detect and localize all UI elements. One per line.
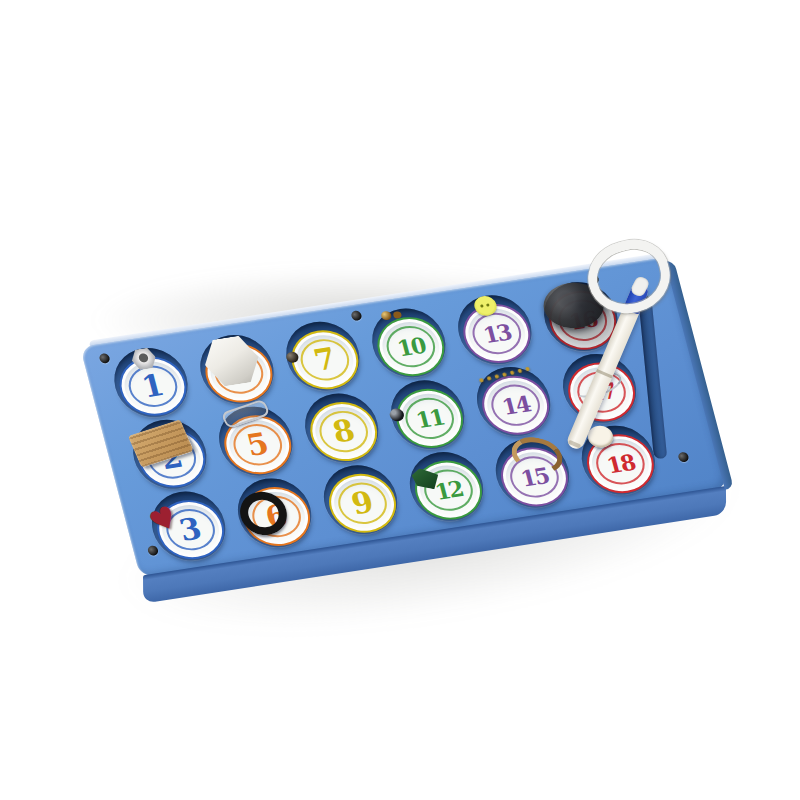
well-number: 9	[348, 487, 376, 519]
well-number: 12	[433, 477, 465, 502]
product-photo: 1471013162581114173♥69121518	[0, 0, 800, 800]
well-13[interactable]: 13	[450, 290, 539, 369]
well-number: 1	[139, 370, 167, 402]
well-5[interactable]: 5	[211, 402, 300, 481]
well-1[interactable]: 1	[107, 343, 196, 422]
well-12[interactable]: 12	[402, 447, 491, 526]
well-number: 18	[604, 451, 636, 476]
well-number: 11	[414, 406, 446, 431]
well-8[interactable]: 8	[297, 388, 386, 467]
disc-14: 14	[475, 371, 555, 439]
well-6[interactable]: 6	[230, 473, 319, 552]
well-3[interactable]: 3♥	[144, 487, 233, 566]
well-number: 14	[500, 393, 532, 418]
well-number: 8	[330, 415, 358, 447]
disc-9: 9	[322, 469, 402, 537]
disc-10: 10	[371, 313, 451, 381]
well-9[interactable]: 9	[316, 460, 405, 539]
wand-seam	[596, 369, 613, 378]
well-14[interactable]: 14	[469, 362, 558, 441]
well-2[interactable]: 2	[125, 415, 214, 494]
well-4[interactable]: 4	[192, 330, 281, 409]
well-11[interactable]: 11	[383, 375, 472, 454]
well-number: 16	[567, 308, 599, 333]
brass-beads	[380, 311, 392, 321]
well-number: 7	[311, 344, 339, 376]
well-15[interactable]: 15	[488, 434, 577, 513]
disc-13: 13	[457, 299, 537, 367]
disc-8: 8	[303, 397, 383, 465]
well-number: 10	[395, 334, 427, 359]
well-number: 13	[481, 321, 513, 346]
well-10[interactable]: 10	[364, 304, 453, 383]
well-7[interactable]: 7	[278, 317, 367, 396]
well-number: 5	[244, 429, 272, 461]
disc-12: 12	[408, 456, 488, 524]
